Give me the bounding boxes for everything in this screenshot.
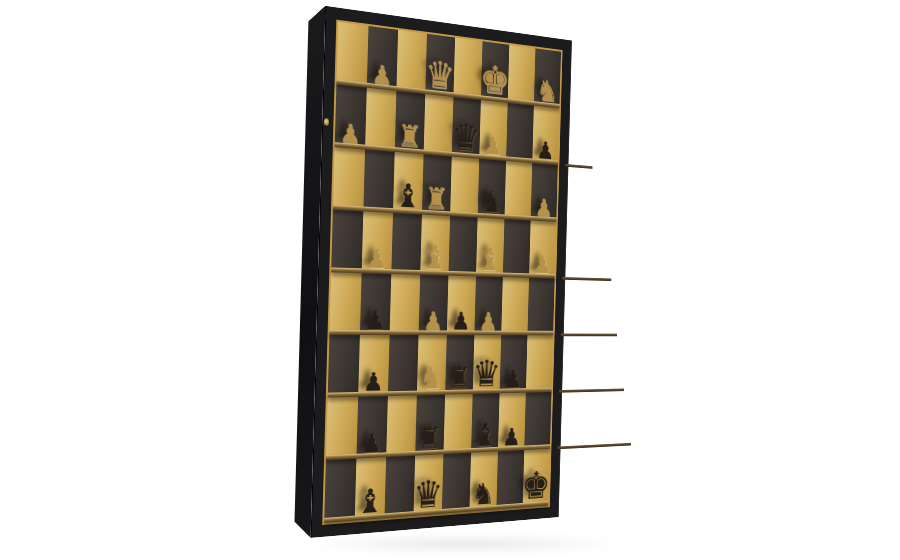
square-g8	[508, 45, 536, 106]
piece-dark-pawn-e4: ♟	[451, 309, 471, 334]
square-b5: ♟	[362, 211, 393, 274]
square-e2	[443, 394, 472, 454]
square-a6	[333, 147, 365, 211]
piece-gold-bishop-f5: ♝	[477, 243, 503, 275]
square-b6	[363, 150, 394, 213]
piece-dark-pawn-g2: ♟	[502, 425, 521, 450]
piece-dark-queen-d1: ♛	[413, 475, 444, 514]
square-h6: ♟	[531, 163, 558, 222]
square-f4: ♟	[474, 276, 503, 335]
square-f5: ♝	[476, 218, 504, 278]
piece-gold-rook-c7: ♜	[397, 120, 422, 152]
square-g1	[496, 450, 524, 509]
square-e4: ♟	[447, 276, 476, 336]
square-e3: ♜	[445, 335, 474, 395]
square-a8	[336, 22, 368, 88]
square-f3: ♛	[473, 335, 502, 394]
square-g5	[503, 219, 531, 278]
square-g7	[506, 103, 534, 163]
square-a1	[324, 459, 356, 523]
board-frame: ♟♛♚♞♟♜♛♟♟♝♜♞♟♟♝♝♟♟♟♟♟♟♞♜♛♟♟♜♝♟♝♛♞♚	[311, 6, 572, 538]
square-h5: ♟	[529, 221, 556, 279]
square-e5	[448, 216, 477, 276]
square-c4	[390, 274, 421, 335]
square-g3: ♟	[500, 335, 528, 393]
piece-dark-queen-e7: ♛	[451, 118, 481, 157]
square-d2: ♜	[415, 395, 445, 456]
piece-dark-pawn-g3: ♟	[504, 367, 523, 391]
piece-dark-pawn-h7: ♟	[536, 138, 555, 163]
piece-gold-pawn-b8: ♟	[371, 61, 393, 89]
square-d4: ♟	[419, 275, 449, 335]
square-f6: ♞	[478, 159, 506, 219]
square-f8: ♚	[481, 41, 509, 103]
shelf-lip	[559, 388, 624, 392]
board-3d-box: ♟♛♚♞♟♜♛♟♟♝♜♞♟♟♝♝♟♟♟♟♟♟♞♜♛♟♟♜♝♟♝♛♞♚	[311, 6, 572, 538]
square-g4	[501, 277, 529, 335]
piece-dark-pawn-b2: ♟	[361, 430, 383, 456]
square-c3	[388, 335, 419, 396]
square-f7: ♟	[479, 100, 507, 161]
piece-dark-pawn-b4: ♟	[364, 308, 386, 334]
piece-dark-king-h1: ♚	[521, 467, 551, 506]
square-b4: ♟	[360, 273, 391, 335]
square-f2: ♝	[471, 393, 500, 452]
piece-gold-bishop-d5: ♝	[421, 240, 448, 273]
piece-gold-pawn-a7: ♟	[339, 120, 361, 148]
square-h4	[527, 278, 554, 335]
square-c1	[384, 456, 415, 519]
piece-dark-bishop-f2: ♝	[472, 418, 498, 451]
square-b3: ♟	[358, 335, 389, 397]
square-b8: ♟	[367, 26, 398, 91]
square-d3: ♞	[417, 335, 447, 395]
square-e6	[450, 157, 479, 218]
square-c5	[391, 213, 422, 275]
square-a7: ♟	[335, 84, 367, 149]
chess-board: ♟♛♚♞♟♜♛♟♟♝♜♞♟♟♝♝♟♟♟♟♟♟♞♜♛♟♟♜♝♟♝♛♞♚	[324, 22, 561, 523]
product-photo: ♟♛♚♞♟♜♛♟♟♝♜♞♟♟♝♝♟♟♟♟♟♟♞♜♛♟♟♜♝♟♝♛♞♚	[0, 0, 900, 560]
square-d1: ♛	[413, 454, 443, 516]
piece-gold-pawn-h6: ♟	[534, 195, 553, 220]
square-b7	[365, 88, 396, 152]
shelf-lip	[565, 164, 592, 169]
square-c7: ♜	[395, 91, 426, 154]
square-h1: ♚	[523, 449, 550, 508]
wall-board-scene: ♟♛♚♞♟♜♛♟♟♝♜♞♟♟♝♝♟♟♟♟♟♟♞♜♛♟♟♜♝♟♝♛♞♚	[318, 6, 610, 538]
piece-gold-pawn-d4: ♟	[423, 308, 444, 333]
drop-shadow	[300, 536, 630, 552]
piece-gold-king-f8: ♚	[479, 60, 510, 102]
square-d7	[424, 94, 454, 157]
square-e8	[453, 38, 482, 100]
shelf-lip	[561, 334, 617, 337]
square-g2: ♟	[498, 393, 526, 452]
piece-dark-knight-f1: ♞	[471, 478, 495, 509]
square-e1	[442, 453, 471, 514]
square-a4	[329, 272, 361, 335]
square-d6: ♜	[422, 154, 452, 216]
square-a2	[326, 397, 358, 460]
piece-dark-bishop-b1: ♝	[356, 483, 384, 518]
piece-dark-rook-d2: ♜	[417, 423, 442, 454]
square-d8: ♛	[425, 34, 455, 97]
mount-pin	[324, 118, 329, 125]
square-g6	[504, 161, 532, 221]
square-h8: ♞	[534, 48, 561, 108]
square-d5: ♝	[420, 215, 450, 276]
piece-dark-queen-f3: ♛	[472, 356, 502, 393]
piece-dark-knight-f6: ♞	[479, 186, 503, 217]
piece-gold-queen-d8: ♛	[424, 55, 455, 96]
shelf-lip	[562, 277, 611, 281]
piece-gold-knight-h8: ♞	[536, 75, 559, 107]
piece-gold-knight-d3: ♞	[419, 363, 444, 394]
piece-dark-bishop-c6: ♝	[394, 178, 422, 212]
square-f1: ♞	[469, 451, 498, 511]
piece-gold-pawn-h5: ♟	[533, 253, 552, 277]
square-a5	[331, 210, 363, 273]
square-e7: ♛	[452, 97, 481, 159]
square-b2: ♟	[356, 396, 387, 459]
square-h3	[526, 335, 553, 392]
square-b1: ♝	[355, 457, 386, 520]
piece-gold-pawn-f4: ♟	[478, 309, 498, 333]
piece-gold-pawn-b5: ♟	[366, 246, 388, 272]
piece-gold-rook-d6: ♜	[424, 183, 449, 214]
square-a3	[328, 335, 360, 398]
shelf-lip	[558, 443, 632, 449]
square-c6: ♝	[393, 152, 424, 215]
square-c2	[386, 395, 417, 457]
piece-dark-pawn-b3: ♟	[363, 369, 385, 395]
square-c8	[396, 30, 427, 94]
piece-gold-pawn-f7: ♟	[483, 133, 503, 159]
square-h2	[524, 392, 551, 450]
board-area: ♟♛♚♞♟♜♛♟♟♝♜♞♟♟♝♝♟♟♟♟♟♟♞♜♛♟♟♜♝♟♝♛♞♚	[322, 20, 562, 525]
piece-dark-rook-e3: ♜	[447, 363, 471, 393]
square-h7: ♟	[532, 106, 559, 165]
